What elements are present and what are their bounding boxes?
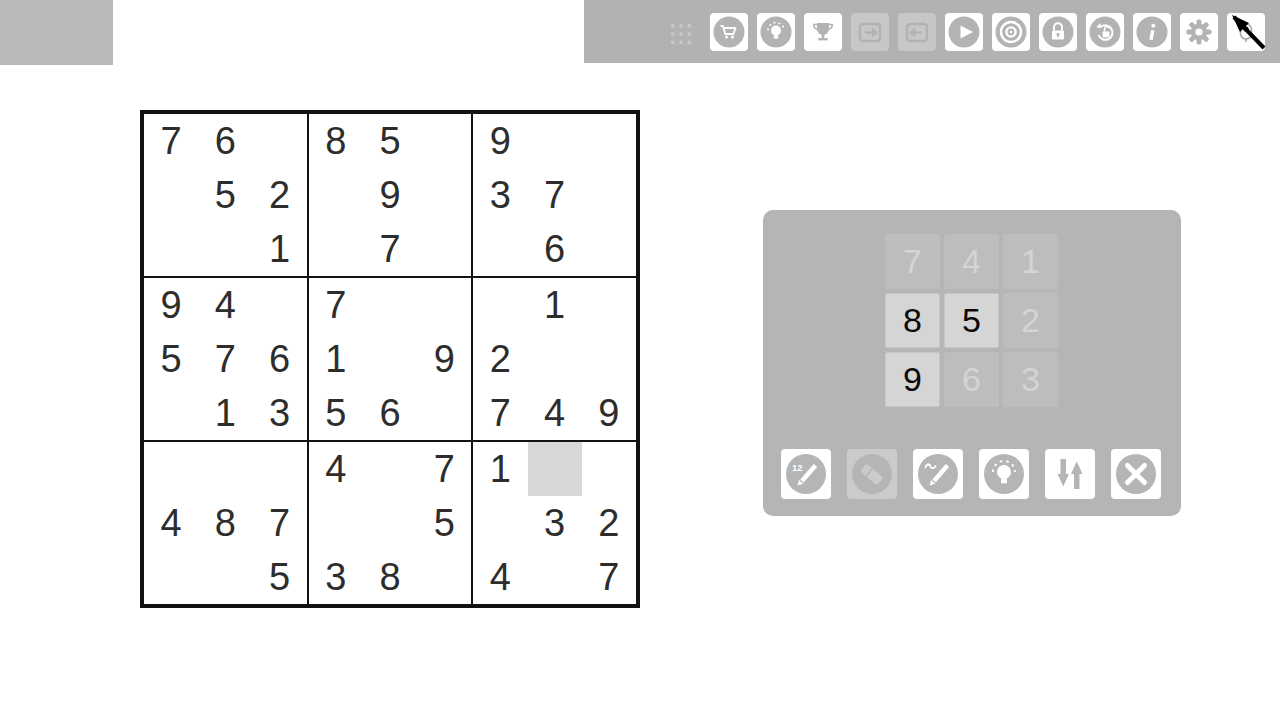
sudoku-cell-r4c1[interactable]: 9 xyxy=(144,278,198,332)
shop-cart-icon xyxy=(712,15,746,49)
undo-icon xyxy=(900,15,934,49)
top-toolbar xyxy=(584,0,1280,63)
clear-pencil-marks-button[interactable] xyxy=(913,449,963,499)
sudoku-cell-r6c1[interactable] xyxy=(144,386,198,440)
gear-icon xyxy=(1182,15,1216,49)
restart-unlock-button[interactable] xyxy=(1086,13,1124,51)
redo-button[interactable] xyxy=(851,13,889,51)
info-button[interactable] xyxy=(1133,13,1171,51)
undo-button[interactable] xyxy=(898,13,936,51)
corner-placeholder-box xyxy=(0,0,113,65)
restart-unlock-icon xyxy=(1088,15,1122,49)
sudoku-cell-r7c8[interactable] xyxy=(528,442,582,496)
sudoku-cell-r6c6[interactable] xyxy=(417,386,471,440)
down-up-arrows-icon xyxy=(1048,452,1092,496)
sudoku-cell-r3c7[interactable] xyxy=(473,222,527,276)
sudoku-cell-r4c8[interactable]: 1 xyxy=(528,278,582,332)
sudoku-cell-r2c7[interactable]: 3 xyxy=(473,168,527,222)
sudoku-cell-r9c7[interactable]: 4 xyxy=(473,550,527,604)
number-pad: 741852963 xyxy=(885,234,1058,407)
hint-bulb-icon xyxy=(982,452,1026,496)
sudoku-cell-r5c3[interactable]: 6 xyxy=(252,332,306,386)
sudoku-cell-r3c4[interactable] xyxy=(309,222,363,276)
hint-bulb-button[interactable] xyxy=(757,13,795,51)
sudoku-box-1: 76521 xyxy=(143,113,308,277)
sudoku-cell-r1c2[interactable]: 6 xyxy=(198,114,252,168)
sudoku-cell-r2c8[interactable]: 7 xyxy=(528,168,582,222)
numpad-key-4[interactable]: 4 xyxy=(944,234,999,289)
sudoku-cell-r5c8[interactable] xyxy=(528,332,582,386)
mouse-icon xyxy=(1229,15,1263,49)
sudoku-cell-r5c9[interactable] xyxy=(582,332,636,386)
sudoku-cell-r6c9[interactable]: 9 xyxy=(582,386,636,440)
sudoku-box-2: 8597 xyxy=(308,113,473,277)
sudoku-cell-r2c3[interactable]: 2 xyxy=(252,168,306,222)
sudoku-cell-r2c2[interactable]: 5 xyxy=(198,168,252,222)
sudoku-cell-r3c9[interactable] xyxy=(582,222,636,276)
numpad-key-7[interactable]: 7 xyxy=(885,234,940,289)
sudoku-cell-r4c2[interactable]: 4 xyxy=(198,278,252,332)
sudoku-cell-r8c1[interactable]: 4 xyxy=(144,496,198,550)
lock-icon xyxy=(1041,15,1075,49)
sudoku-box-4: 9457613 xyxy=(143,277,308,441)
sudoku-cell-r7c7[interactable]: 1 xyxy=(473,442,527,496)
sudoku-cell-r5c1[interactable]: 5 xyxy=(144,332,198,386)
sudoku-cell-r7c4[interactable]: 4 xyxy=(309,442,363,496)
drag-handle-dots-icon[interactable] xyxy=(668,22,694,46)
sudoku-cell-r4c4[interactable]: 7 xyxy=(309,278,363,332)
sudoku-cell-r9c9[interactable]: 7 xyxy=(582,550,636,604)
sudoku-box-5: 71956 xyxy=(308,277,473,441)
sudoku-cell-r8c9[interactable]: 2 xyxy=(582,496,636,550)
numpad-key-5[interactable]: 5 xyxy=(944,293,999,348)
sudoku-cell-r2c9[interactable] xyxy=(582,168,636,222)
sudoku-cell-r5c6[interactable]: 9 xyxy=(417,332,471,386)
play-icon xyxy=(947,15,981,49)
eraser-button[interactable] xyxy=(847,449,897,499)
sudoku-box-3: 9376 xyxy=(472,113,637,277)
sudoku-cell-r1c8[interactable] xyxy=(528,114,582,168)
sudoku-cell-r7c5[interactable] xyxy=(363,442,417,496)
sudoku-cell-r4c3[interactable] xyxy=(252,278,306,332)
numpad-key-9[interactable]: 9 xyxy=(885,352,940,407)
sudoku-cell-r6c7[interactable]: 7 xyxy=(473,386,527,440)
sudoku-cell-r3c2[interactable] xyxy=(198,222,252,276)
sudoku-cell-r8c4[interactable] xyxy=(309,496,363,550)
sudoku-box-6: 12749 xyxy=(472,277,637,441)
sudoku-cell-r9c5[interactable]: 8 xyxy=(363,550,417,604)
sudoku-cell-r7c9[interactable] xyxy=(582,442,636,496)
trophy-button[interactable] xyxy=(804,13,842,51)
sudoku-cell-r8c6[interactable]: 5 xyxy=(417,496,471,550)
sudoku-cell-r3c5[interactable]: 7 xyxy=(363,222,417,276)
shop-cart-button[interactable] xyxy=(710,13,748,51)
move-arrows-button[interactable] xyxy=(1045,449,1095,499)
sudoku-cell-r7c1[interactable] xyxy=(144,442,198,496)
sudoku-box-7: 4875 xyxy=(143,441,308,605)
sudoku-cell-r9c3[interactable]: 5 xyxy=(252,550,306,604)
sudoku-cell-r1c7[interactable]: 9 xyxy=(473,114,527,168)
sudoku-cell-r6c4[interactable]: 5 xyxy=(309,386,363,440)
control-panel: 741852963 12 xyxy=(763,210,1181,516)
sudoku-cell-r7c3[interactable] xyxy=(252,442,306,496)
numpad-key-1[interactable]: 1 xyxy=(1003,234,1058,289)
sudoku-cell-r3c3[interactable]: 1 xyxy=(252,222,306,276)
numpad-key-3[interactable]: 3 xyxy=(1003,352,1058,407)
toolbar-icon-row xyxy=(710,13,1265,51)
sudoku-cell-r3c6[interactable] xyxy=(417,222,471,276)
sudoku-cell-r9c2[interactable] xyxy=(198,550,252,604)
sudoku-cell-r4c7[interactable] xyxy=(473,278,527,332)
sudoku-cell-r8c3[interactable]: 7 xyxy=(252,496,306,550)
pencil-notes-button[interactable]: 12 xyxy=(781,449,831,499)
info-icon xyxy=(1135,15,1169,49)
sudoku-cell-r8c8[interactable]: 3 xyxy=(528,496,582,550)
sudoku-cell-r3c1[interactable] xyxy=(144,222,198,276)
sudoku-cell-r5c2[interactable]: 7 xyxy=(198,332,252,386)
hint-button[interactable] xyxy=(979,449,1029,499)
app-window: 7652185979376945761371956127494875475381… xyxy=(0,0,1280,720)
sudoku-cell-r1c4[interactable]: 8 xyxy=(309,114,363,168)
close-button[interactable] xyxy=(1111,449,1161,499)
sudoku-cell-r7c6[interactable]: 7 xyxy=(417,442,471,496)
eraser-icon xyxy=(850,452,894,496)
sudoku-cell-r4c5[interactable] xyxy=(363,278,417,332)
sudoku-cell-r2c1[interactable] xyxy=(144,168,198,222)
sudoku-cell-r9c6[interactable] xyxy=(417,550,471,604)
numpad-key-8[interactable]: 8 xyxy=(885,293,940,348)
sudoku-cell-r6c8[interactable]: 4 xyxy=(528,386,582,440)
sudoku-cell-r6c3[interactable]: 3 xyxy=(252,386,306,440)
sudoku-cell-r1c9[interactable] xyxy=(582,114,636,168)
sudoku-box-8: 47538 xyxy=(308,441,473,605)
numpad-key-6[interactable]: 6 xyxy=(944,352,999,407)
sudoku-cell-r8c7[interactable] xyxy=(473,496,527,550)
sudoku-cell-r4c9[interactable] xyxy=(582,278,636,332)
clear-pencil-marks-icon xyxy=(916,452,960,496)
lightbulb-icon xyxy=(759,15,793,49)
sudoku-cell-r5c5[interactable] xyxy=(363,332,417,386)
sudoku-cell-r8c2[interactable]: 8 xyxy=(198,496,252,550)
sudoku-cell-r2c5[interactable]: 9 xyxy=(363,168,417,222)
pencil-notes-label: 12 xyxy=(792,462,803,473)
sudoku-cell-r8c5[interactable] xyxy=(363,496,417,550)
sudoku-cell-r3c8[interactable]: 6 xyxy=(528,222,582,276)
sudoku-cell-r5c4[interactable]: 1 xyxy=(309,332,363,386)
pencil-notes-icon: 12 xyxy=(784,452,828,496)
sudoku-cell-r4c6[interactable] xyxy=(417,278,471,332)
sudoku-board: 7652185979376945761371956127494875475381… xyxy=(140,110,640,608)
close-x-icon xyxy=(1114,452,1158,496)
trophy-icon xyxy=(806,15,840,49)
sudoku-cell-r6c2[interactable]: 1 xyxy=(198,386,252,440)
redo-icon xyxy=(853,15,887,49)
target-button[interactable] xyxy=(992,13,1030,51)
sudoku-cell-r6c5[interactable]: 6 xyxy=(363,386,417,440)
sudoku-cell-r1c6[interactable] xyxy=(417,114,471,168)
sudoku-cell-r1c1[interactable]: 7 xyxy=(144,114,198,168)
sudoku-cell-r9c4[interactable]: 3 xyxy=(309,550,363,604)
target-icon xyxy=(994,15,1028,49)
sudoku-cell-r9c1[interactable] xyxy=(144,550,198,604)
numpad-key-2[interactable]: 2 xyxy=(1003,293,1058,348)
mouse-mode-button[interactable] xyxy=(1227,13,1265,51)
play-button[interactable] xyxy=(945,13,983,51)
sudoku-cell-r1c3[interactable] xyxy=(252,114,306,168)
sudoku-cell-r2c6[interactable] xyxy=(417,168,471,222)
sudoku-cell-r9c8[interactable] xyxy=(528,550,582,604)
sudoku-cell-r7c2[interactable] xyxy=(198,442,252,496)
pad-tool-row: 12 xyxy=(781,449,1161,499)
settings-button[interactable] xyxy=(1180,13,1218,51)
sudoku-cell-r5c7[interactable]: 2 xyxy=(473,332,527,386)
sudoku-box-9: 13247 xyxy=(472,441,637,605)
lock-button[interactable] xyxy=(1039,13,1077,51)
sudoku-cell-r1c5[interactable]: 5 xyxy=(363,114,417,168)
sudoku-cell-r2c4[interactable] xyxy=(309,168,363,222)
